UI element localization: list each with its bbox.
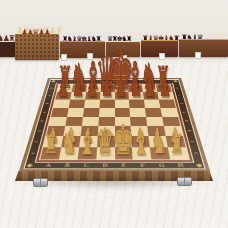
background-chess-set: ♟♜♝♚♛♟♜ ♟♟♛♟♟ [15,12,59,60]
brass-hinge-left [33,178,48,187]
background-board-box [179,39,228,57]
price-tag [159,53,165,60]
brass-hinge-right [177,177,192,186]
background-chess-set: ♜♞♝♛ ♚♝♞♜♟ [179,22,228,57]
chess-shop-scene: ♞♟♜♛♟ ♟♜♝♚♛♟♜ ♟♟♛♟♟ ♜♞♝♛♚♝♞♜ ♟♟♟♟♟♟ ♛♜♚♞… [0,0,228,228]
background-chess-set: ♜♝♛♚♝♞♜ [141,23,178,57]
background-board-box [15,34,59,60]
price-tag [195,52,201,59]
